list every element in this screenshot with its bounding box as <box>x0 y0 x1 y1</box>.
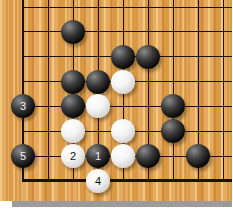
stone-black-A4[interactable]: 3 <box>11 94 35 118</box>
move-number-label: 3 <box>20 101 26 112</box>
go-app-screenshot: 35214 <box>0 0 232 210</box>
stone-black-H2[interactable] <box>186 144 210 168</box>
stone-black-C5[interactable] <box>61 70 85 94</box>
go-board[interactable]: 35214 <box>0 0 232 201</box>
stone-white-C2[interactable]: 2 <box>61 144 85 168</box>
stone-black-D5[interactable] <box>86 70 110 94</box>
stone-black-F2[interactable] <box>136 144 160 168</box>
stone-black-F6[interactable] <box>136 45 160 69</box>
stone-black-C4[interactable] <box>61 94 85 118</box>
stone-white-D4[interactable] <box>86 94 110 118</box>
stone-black-D2[interactable]: 1 <box>86 144 110 168</box>
stone-black-G4[interactable] <box>161 94 185 118</box>
stone-black-A2[interactable]: 5 <box>11 144 35 168</box>
stone-white-D1[interactable]: 4 <box>86 169 110 193</box>
stone-white-E5[interactable] <box>111 70 135 94</box>
board-grid[interactable]: 35214 <box>11 0 233 193</box>
stone-white-E3[interactable] <box>111 119 135 143</box>
stone-white-C3[interactable] <box>61 119 85 143</box>
stone-white-E2[interactable] <box>111 144 135 168</box>
stone-black-C7[interactable] <box>61 20 85 44</box>
move-number-label: 2 <box>70 151 76 162</box>
move-number-label: 5 <box>20 151 26 162</box>
stone-black-G3[interactable] <box>161 119 185 143</box>
move-number-label: 1 <box>95 151 101 162</box>
board-drop-shadow <box>12 201 232 207</box>
move-number-label: 4 <box>95 176 101 187</box>
stone-black-E6[interactable] <box>111 45 135 69</box>
